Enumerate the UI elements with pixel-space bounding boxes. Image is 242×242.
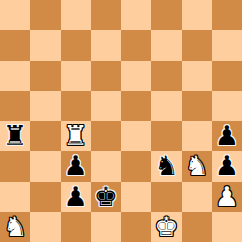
- square-c7[interactable]: [61, 30, 91, 60]
- square-f1[interactable]: ♚: [151, 212, 181, 242]
- square-h1[interactable]: [212, 212, 242, 242]
- square-g4[interactable]: [182, 121, 212, 151]
- square-b1[interactable]: [30, 212, 60, 242]
- square-d2[interactable]: ♚: [91, 182, 121, 212]
- square-g2[interactable]: [182, 182, 212, 212]
- square-c5[interactable]: [61, 91, 91, 121]
- square-e1[interactable]: [121, 212, 151, 242]
- square-h2[interactable]: ♟: [212, 182, 242, 212]
- square-f5[interactable]: [151, 91, 181, 121]
- square-a3[interactable]: [0, 151, 30, 181]
- piece-black-rook[interactable]: ♜: [3, 121, 27, 151]
- piece-black-king[interactable]: ♚: [94, 182, 118, 212]
- square-g7[interactable]: [182, 30, 212, 60]
- square-h3[interactable]: ♟: [212, 151, 242, 181]
- square-a5[interactable]: [0, 91, 30, 121]
- square-e5[interactable]: [121, 91, 151, 121]
- square-c6[interactable]: [61, 61, 91, 91]
- piece-white-knight[interactable]: ♞: [3, 212, 27, 242]
- square-g6[interactable]: [182, 61, 212, 91]
- square-f2[interactable]: [151, 182, 181, 212]
- square-a2[interactable]: [0, 182, 30, 212]
- piece-white-rook[interactable]: ♜: [64, 121, 88, 151]
- piece-black-knight[interactable]: ♞: [154, 151, 178, 181]
- square-e6[interactable]: [121, 61, 151, 91]
- square-c2[interactable]: ♟: [61, 182, 91, 212]
- square-b4[interactable]: [30, 121, 60, 151]
- square-g5[interactable]: [182, 91, 212, 121]
- square-h6[interactable]: [212, 61, 242, 91]
- piece-white-knight[interactable]: ♞: [185, 151, 209, 181]
- square-f3[interactable]: ♞: [151, 151, 181, 181]
- square-d8[interactable]: [91, 0, 121, 30]
- square-b2[interactable]: [30, 182, 60, 212]
- square-e4[interactable]: [121, 121, 151, 151]
- square-c8[interactable]: [61, 0, 91, 30]
- chess-board: ♜♜♟♟♞♞♟♟♚♟♞♚: [0, 0, 242, 242]
- square-c4[interactable]: ♜: [61, 121, 91, 151]
- square-e3[interactable]: [121, 151, 151, 181]
- square-f7[interactable]: [151, 30, 181, 60]
- square-d7[interactable]: [91, 30, 121, 60]
- square-g3[interactable]: ♞: [182, 151, 212, 181]
- square-b7[interactable]: [30, 30, 60, 60]
- square-h7[interactable]: [212, 30, 242, 60]
- square-g8[interactable]: [182, 0, 212, 30]
- square-h4[interactable]: ♟: [212, 121, 242, 151]
- square-d3[interactable]: [91, 151, 121, 181]
- square-a7[interactable]: [0, 30, 30, 60]
- square-b8[interactable]: [30, 0, 60, 30]
- piece-black-pawn[interactable]: ♟: [215, 121, 239, 151]
- square-a8[interactable]: [0, 0, 30, 30]
- piece-black-pawn[interactable]: ♟: [64, 151, 88, 181]
- square-e7[interactable]: [121, 30, 151, 60]
- square-e8[interactable]: [121, 0, 151, 30]
- square-h5[interactable]: [212, 91, 242, 121]
- square-b5[interactable]: [30, 91, 60, 121]
- square-e2[interactable]: [121, 182, 151, 212]
- square-d4[interactable]: [91, 121, 121, 151]
- square-f4[interactable]: [151, 121, 181, 151]
- square-f6[interactable]: [151, 61, 181, 91]
- square-f8[interactable]: [151, 0, 181, 30]
- square-b6[interactable]: [30, 61, 60, 91]
- piece-black-pawn[interactable]: ♟: [64, 182, 88, 212]
- square-a1[interactable]: ♞: [0, 212, 30, 242]
- square-b3[interactable]: [30, 151, 60, 181]
- square-a4[interactable]: ♜: [0, 121, 30, 151]
- square-g1[interactable]: [182, 212, 212, 242]
- square-d5[interactable]: [91, 91, 121, 121]
- piece-white-pawn[interactable]: ♟: [215, 182, 239, 212]
- square-d1[interactable]: [91, 212, 121, 242]
- square-a6[interactable]: [0, 61, 30, 91]
- square-c3[interactable]: ♟: [61, 151, 91, 181]
- square-d6[interactable]: [91, 61, 121, 91]
- square-h8[interactable]: [212, 0, 242, 30]
- piece-black-pawn[interactable]: ♟: [215, 151, 239, 181]
- square-c1[interactable]: [61, 212, 91, 242]
- piece-white-king[interactable]: ♚: [154, 212, 178, 242]
